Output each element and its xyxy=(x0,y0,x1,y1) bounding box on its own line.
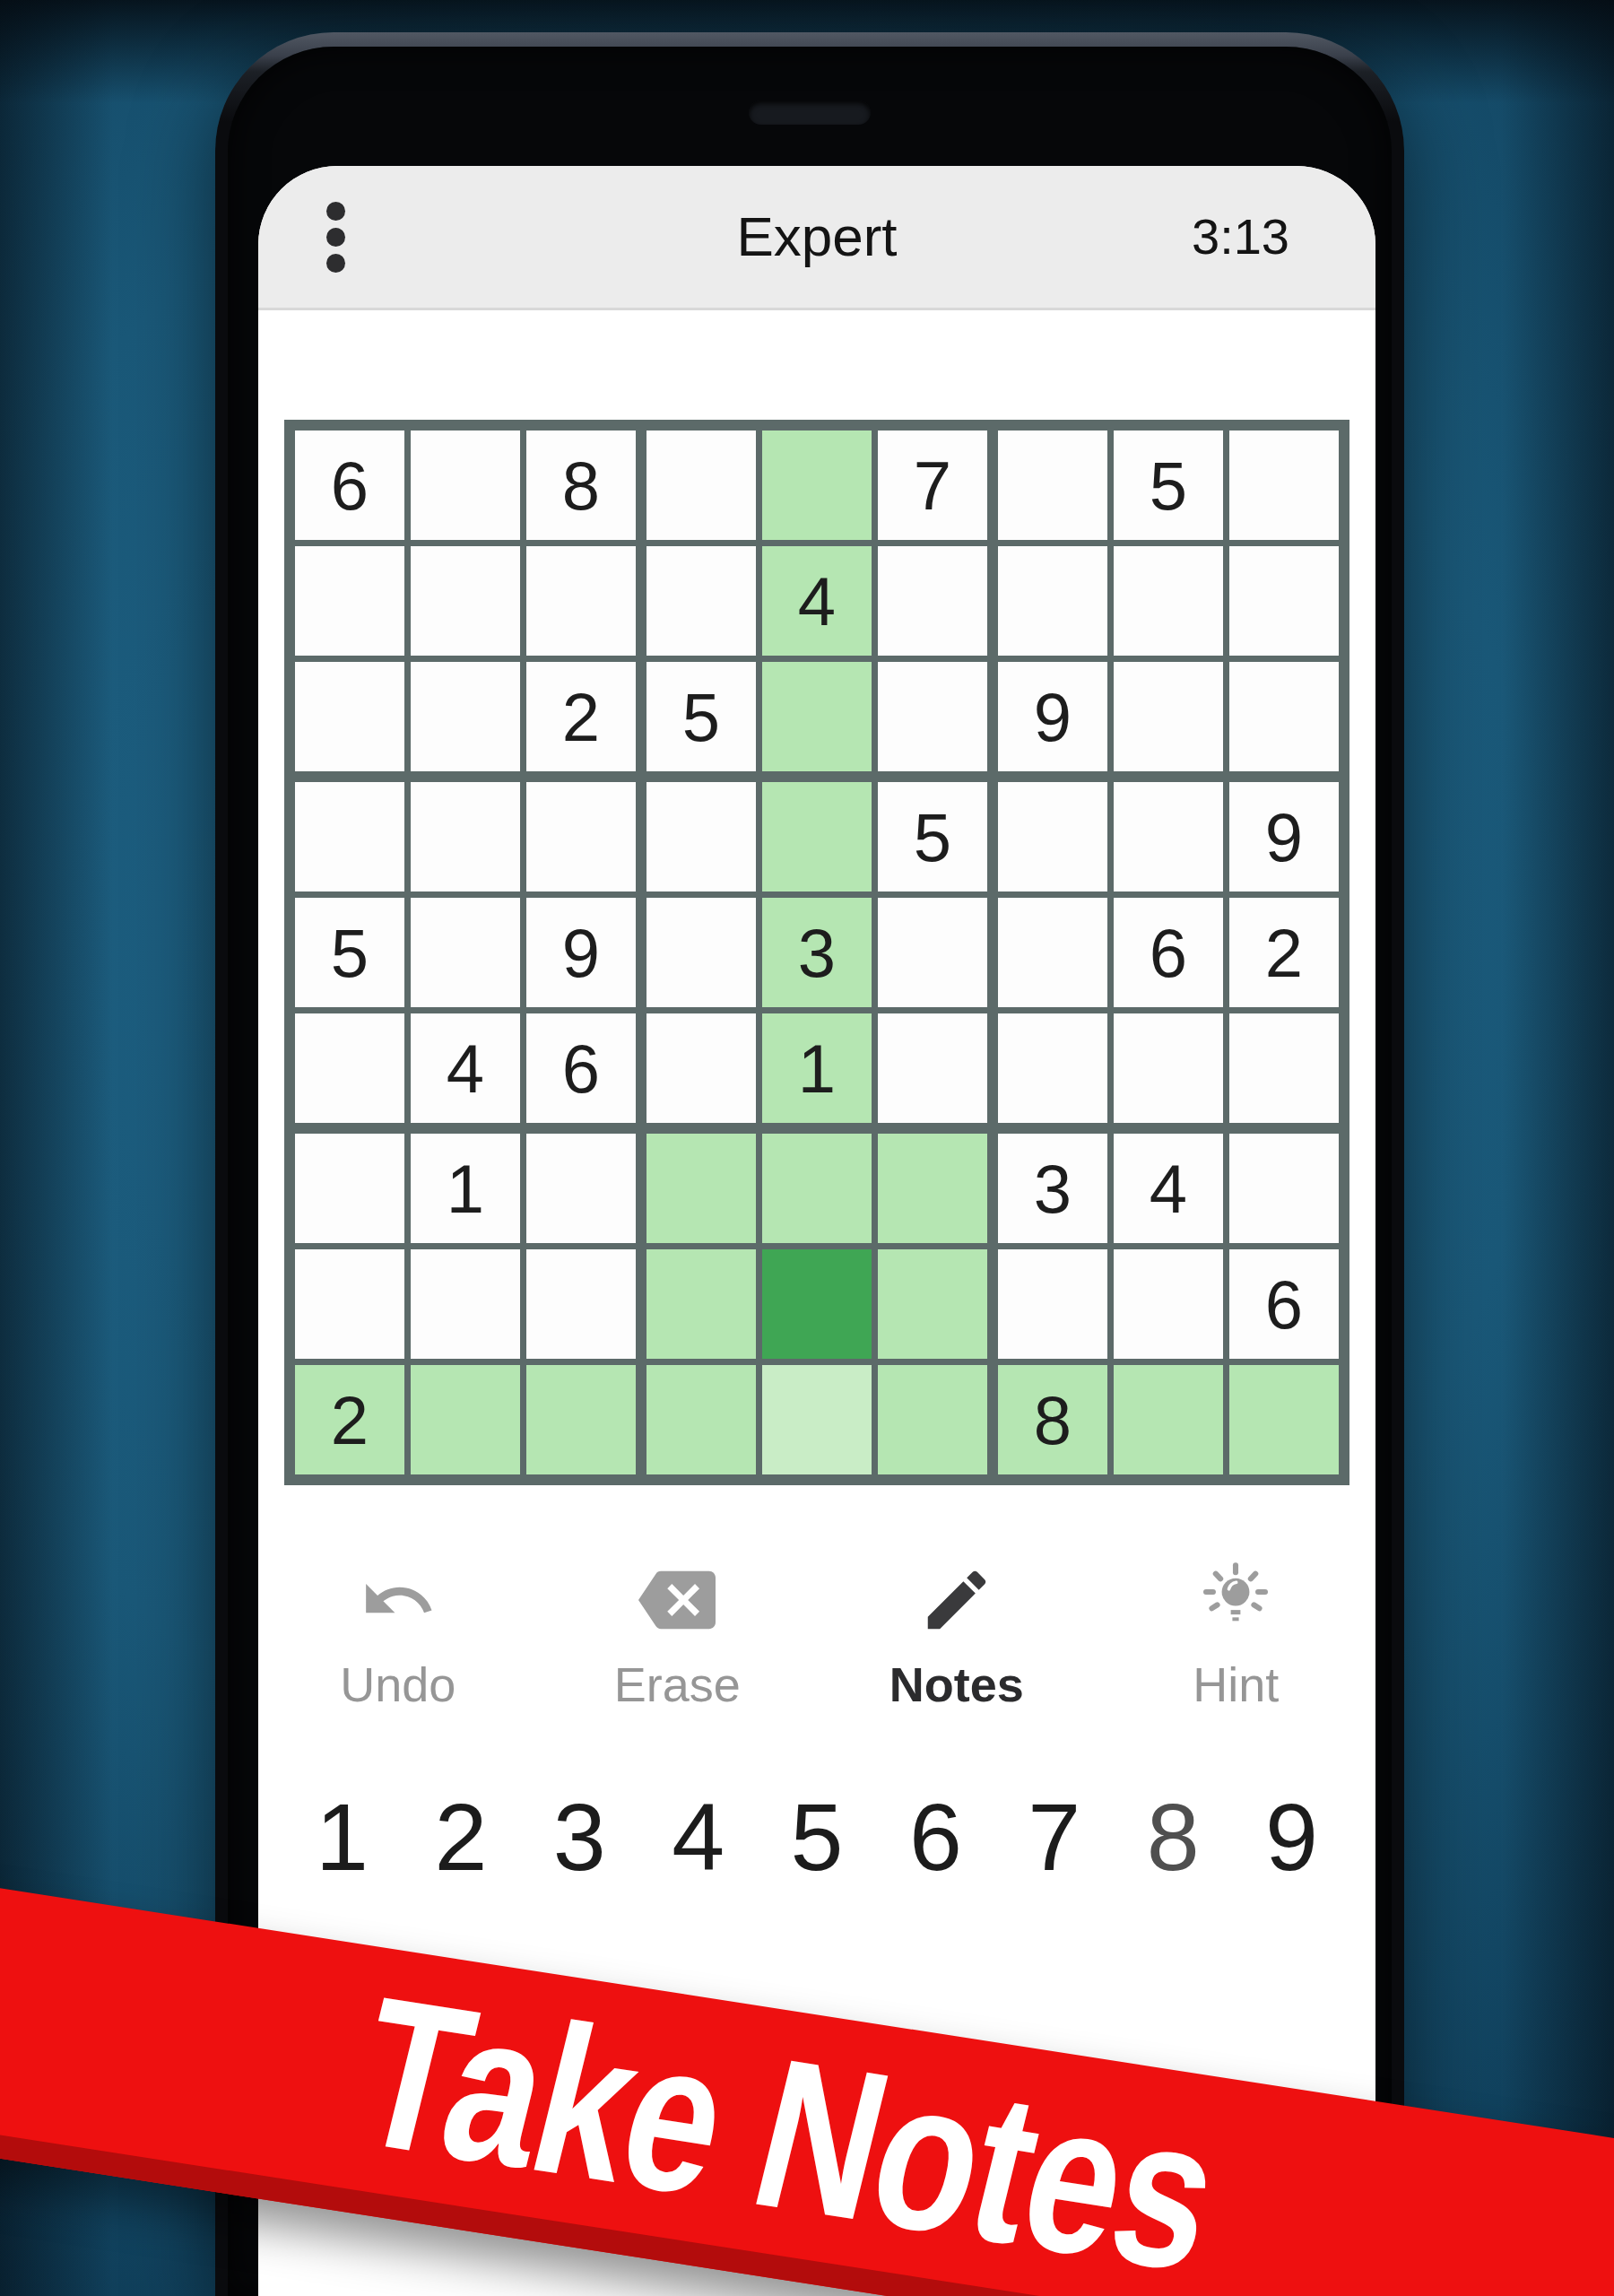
cell-r6c1[interactable] xyxy=(295,1013,404,1123)
cell-r5c3[interactable]: 9 xyxy=(526,898,636,1007)
sudoku-box-8 xyxy=(646,1134,987,1474)
numpad: 123456789 xyxy=(258,1770,1375,1904)
numpad-digit-5[interactable]: 5 xyxy=(791,1770,844,1904)
notes-button[interactable]: Notes xyxy=(817,1529,1097,1753)
hint-label: Hint xyxy=(1193,1657,1279,1712)
cell-r9c8[interactable] xyxy=(1114,1365,1223,1474)
cell-r6c8[interactable] xyxy=(1114,1013,1223,1123)
cell-r3c8[interactable] xyxy=(1114,662,1223,771)
cell-r5c6[interactable] xyxy=(878,898,987,1007)
cell-r7c3[interactable] xyxy=(526,1134,636,1243)
cell-r7c8[interactable]: 4 xyxy=(1114,1134,1223,1243)
cell-r4c3[interactable] xyxy=(526,782,636,891)
cell-r2c4[interactable] xyxy=(646,546,756,656)
sudoku-box-3: 59 xyxy=(998,430,1339,771)
cell-r9c6[interactable] xyxy=(878,1365,987,1474)
cell-r1c5[interactable] xyxy=(762,430,872,540)
numpad-digit-6[interactable]: 6 xyxy=(909,1770,962,1904)
cell-r1c8[interactable]: 5 xyxy=(1114,430,1223,540)
cell-r7c1[interactable] xyxy=(295,1134,404,1243)
cell-r8c5[interactable] xyxy=(762,1249,872,1359)
cell-r6c4[interactable] xyxy=(646,1013,756,1123)
sudoku-box-5: 531 xyxy=(646,782,987,1123)
cell-r8c8[interactable] xyxy=(1114,1249,1223,1359)
cell-r8c3[interactable] xyxy=(526,1249,636,1359)
cell-r7c2[interactable]: 1 xyxy=(411,1134,520,1243)
cell-r5c5[interactable]: 3 xyxy=(762,898,872,1007)
cell-r4c6[interactable]: 5 xyxy=(878,782,987,891)
cell-r2c2[interactable] xyxy=(411,546,520,656)
numpad-digit-1[interactable]: 1 xyxy=(316,1770,369,1904)
cell-r8c4[interactable] xyxy=(646,1249,756,1359)
cell-r9c1[interactable]: 2 xyxy=(295,1365,404,1474)
cell-r9c2[interactable] xyxy=(411,1365,520,1474)
cell-r5c2[interactable] xyxy=(411,898,520,1007)
toolbar: Undo Erase Notes xyxy=(258,1529,1375,1753)
numpad-digit-8[interactable]: 8 xyxy=(1147,1770,1200,1904)
cell-r5c4[interactable] xyxy=(646,898,756,1007)
cell-r5c8[interactable]: 6 xyxy=(1114,898,1223,1007)
sudoku-box-9: 3468 xyxy=(998,1134,1339,1474)
cell-r7c7[interactable]: 3 xyxy=(998,1134,1107,1243)
cell-r4c4[interactable] xyxy=(646,782,756,891)
cell-r9c9[interactable] xyxy=(1229,1365,1339,1474)
cell-r1c2[interactable] xyxy=(411,430,520,540)
cell-r1c3[interactable]: 8 xyxy=(526,430,636,540)
cell-r7c9[interactable] xyxy=(1229,1134,1339,1243)
cell-r1c7[interactable] xyxy=(998,430,1107,540)
sudoku-board: 682745595946531962123468 xyxy=(284,420,1349,1485)
sudoku-box-6: 962 xyxy=(998,782,1339,1123)
phone-speaker xyxy=(749,100,871,125)
cell-r6c3[interactable]: 6 xyxy=(526,1013,636,1123)
numpad-digit-9[interactable]: 9 xyxy=(1265,1770,1318,1904)
cell-r3c9[interactable] xyxy=(1229,662,1339,771)
cell-r4c1[interactable] xyxy=(295,782,404,891)
cell-r3c7[interactable]: 9 xyxy=(998,662,1107,771)
backspace-icon xyxy=(638,1561,716,1639)
undo-arrow-icon xyxy=(360,1561,437,1639)
cell-r1c6[interactable]: 7 xyxy=(878,430,987,540)
cell-r1c9[interactable] xyxy=(1229,430,1339,540)
sudoku-box-1: 682 xyxy=(295,430,636,771)
cell-r4c7[interactable] xyxy=(998,782,1107,891)
cell-r3c1[interactable] xyxy=(295,662,404,771)
cell-r6c9[interactable] xyxy=(1229,1013,1339,1123)
undo-label: Undo xyxy=(340,1657,456,1712)
cell-r2c9[interactable] xyxy=(1229,546,1339,656)
notes-label: Notes xyxy=(889,1657,1024,1712)
cell-r3c4[interactable]: 5 xyxy=(646,662,756,771)
cell-r2c1[interactable] xyxy=(295,546,404,656)
cell-r7c6[interactable] xyxy=(878,1134,987,1243)
cell-r6c5[interactable]: 1 xyxy=(762,1013,872,1123)
numpad-digit-7[interactable]: 7 xyxy=(1028,1770,1080,1904)
cell-r5c9[interactable]: 2 xyxy=(1229,898,1339,1007)
cell-r4c9[interactable]: 9 xyxy=(1229,782,1339,891)
title-bar: Expert 3:13 xyxy=(258,166,1375,310)
cell-r6c6[interactable] xyxy=(878,1013,987,1123)
cell-r6c7[interactable] xyxy=(998,1013,1107,1123)
cell-r9c5[interactable] xyxy=(762,1365,872,1474)
cell-r9c7[interactable]: 8 xyxy=(998,1365,1107,1474)
cell-r3c3[interactable]: 2 xyxy=(526,662,636,771)
cell-r1c1[interactable]: 6 xyxy=(295,430,404,540)
cell-r8c7[interactable] xyxy=(998,1249,1107,1359)
cell-r2c8[interactable] xyxy=(1114,546,1223,656)
cell-r4c2[interactable] xyxy=(411,782,520,891)
numpad-digit-3[interactable]: 3 xyxy=(553,1770,606,1904)
cell-r7c4[interactable] xyxy=(646,1134,756,1243)
cell-r4c8[interactable] xyxy=(1114,782,1223,891)
cell-r7c5[interactable] xyxy=(762,1134,872,1243)
numpad-digit-2[interactable]: 2 xyxy=(434,1770,487,1904)
game-timer: 3:13 xyxy=(1192,166,1289,308)
numpad-digit-4[interactable]: 4 xyxy=(672,1770,725,1904)
cell-r3c5[interactable] xyxy=(762,662,872,771)
cell-r9c3[interactable] xyxy=(526,1365,636,1474)
cell-r6c2[interactable]: 4 xyxy=(411,1013,520,1123)
cell-r2c3[interactable] xyxy=(526,546,636,656)
cell-r5c7[interactable] xyxy=(998,898,1107,1007)
cell-r9c4[interactable] xyxy=(646,1365,756,1474)
cell-r8c6[interactable] xyxy=(878,1249,987,1359)
cell-r3c2[interactable] xyxy=(411,662,520,771)
cell-r8c1[interactable] xyxy=(295,1249,404,1359)
erase-label: Erase xyxy=(614,1657,741,1712)
sudoku-box-7: 12 xyxy=(295,1134,636,1474)
cell-r2c5[interactable]: 4 xyxy=(762,546,872,656)
cell-r3c6[interactable] xyxy=(878,662,987,771)
cell-r2c7[interactable] xyxy=(998,546,1107,656)
cell-r2c6[interactable] xyxy=(878,546,987,656)
cell-r4c5[interactable] xyxy=(762,782,872,891)
cell-r5c1[interactable]: 5 xyxy=(295,898,404,1007)
hint-button[interactable]: Hint xyxy=(1097,1529,1376,1753)
pencil-icon xyxy=(918,1561,995,1639)
cell-r8c2[interactable] xyxy=(411,1249,520,1359)
erase-button[interactable]: Erase xyxy=(538,1529,818,1753)
sudoku-box-2: 745 xyxy=(646,430,987,771)
sudoku-box-4: 5946 xyxy=(295,782,636,1123)
lightbulb-icon xyxy=(1197,1561,1274,1639)
background: Expert 3:13 682745595946531962123468 Und… xyxy=(0,0,1614,2296)
cell-r8c9[interactable]: 6 xyxy=(1229,1249,1339,1359)
undo-button[interactable]: Undo xyxy=(258,1529,538,1753)
cell-r1c4[interactable] xyxy=(646,430,756,540)
